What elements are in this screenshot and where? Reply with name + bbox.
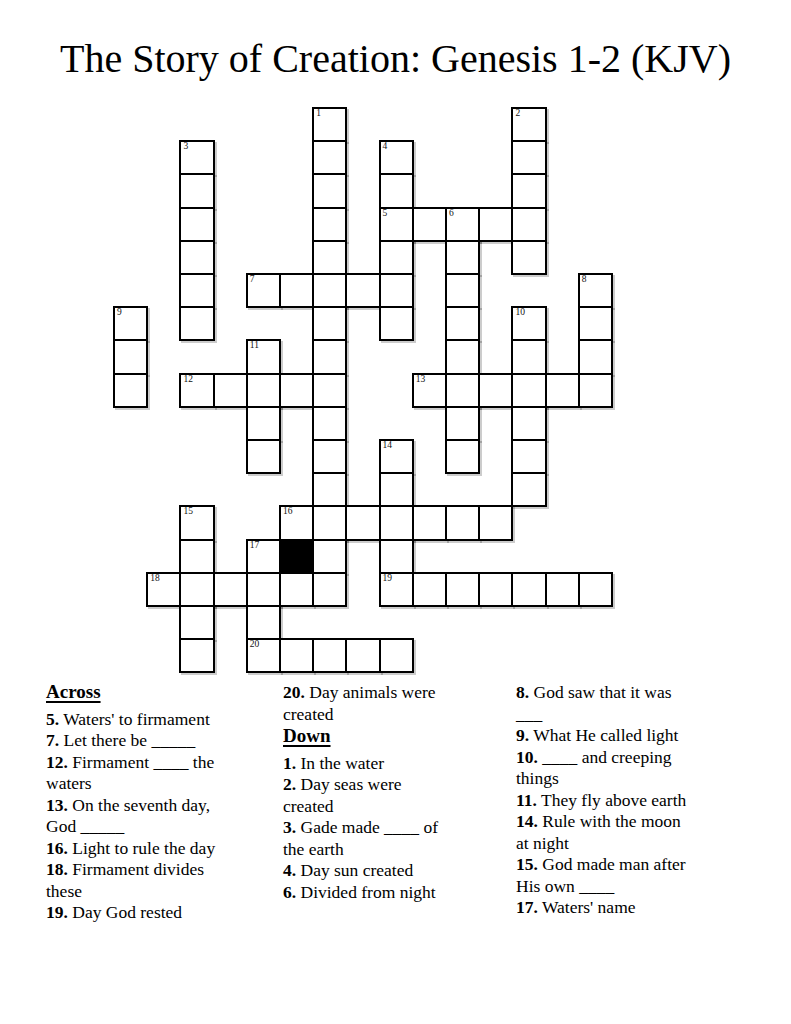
grid-cell[interactable] bbox=[379, 306, 414, 341]
clue-column-middle: 20. Day animals were createdDown1. In th… bbox=[283, 682, 489, 903]
clue-item-number: 7. bbox=[46, 730, 59, 750]
clue-13: 13. On the seventh day, God _____ bbox=[46, 795, 264, 838]
grid-cell[interactable] bbox=[511, 173, 546, 208]
clue-item-text: Firmament ____ the waters bbox=[46, 752, 214, 794]
clue-number: 8 bbox=[582, 274, 587, 285]
grid-cell[interactable] bbox=[511, 140, 546, 175]
grid-cell[interactable] bbox=[179, 605, 214, 640]
clue-item-text: Let there be _____ bbox=[59, 730, 195, 750]
clue-5: 5. Waters' to firmament bbox=[46, 709, 264, 731]
clue-number: 3 bbox=[183, 141, 188, 152]
grid-cell[interactable] bbox=[312, 539, 347, 574]
grid-cell[interactable] bbox=[179, 306, 214, 341]
clue-item-number: 15. bbox=[516, 854, 538, 874]
clue-20: 20. Day animals were created bbox=[283, 682, 489, 725]
clue-item-number: 6. bbox=[283, 882, 296, 902]
puzzle-title: The Story of Creation: Genesis 1-2 (KJV) bbox=[0, 36, 791, 82]
grid-cell[interactable] bbox=[312, 572, 347, 607]
clue-item-number: 19. bbox=[46, 902, 68, 922]
grid-cell[interactable] bbox=[511, 472, 546, 507]
grid-cell[interactable] bbox=[279, 572, 314, 607]
clue-14: 14. Rule with the moon at night bbox=[516, 811, 758, 854]
clue-number: 15 bbox=[183, 506, 193, 517]
clue-number: 10 bbox=[515, 307, 525, 318]
grid-cell[interactable] bbox=[213, 373, 248, 408]
grid-cell[interactable] bbox=[379, 505, 414, 540]
clue-9: 9. What He called light bbox=[516, 725, 758, 747]
clue-number: 13 bbox=[416, 374, 426, 385]
clue-number: 20 bbox=[250, 639, 260, 650]
grid-cell[interactable] bbox=[279, 373, 314, 408]
grid-cell[interactable]: 14 bbox=[379, 439, 414, 474]
clue-number: 11 bbox=[250, 340, 259, 351]
clue-item-number: 2. bbox=[283, 774, 296, 794]
grid-cell[interactable] bbox=[312, 406, 347, 441]
grid-cell[interactable] bbox=[312, 207, 347, 242]
grid-cell[interactable] bbox=[445, 273, 480, 308]
grid-cell[interactable] bbox=[478, 207, 513, 242]
grid-cell[interactable] bbox=[445, 439, 480, 474]
clue-number: 9 bbox=[117, 307, 122, 318]
clue-item-text: God saw that it was ___ bbox=[516, 682, 672, 724]
grid-cell[interactable] bbox=[113, 339, 148, 374]
grid-cell[interactable]: 8 bbox=[578, 273, 613, 308]
clue-15: 15. God made man after His own ____ bbox=[516, 854, 758, 897]
grid-cell[interactable] bbox=[478, 373, 513, 408]
clue-item-number: 9. bbox=[516, 725, 529, 745]
clue-item-text: Firmament divides these bbox=[46, 859, 204, 901]
grid-cell[interactable] bbox=[545, 373, 580, 408]
clue-number: 12 bbox=[183, 374, 193, 385]
grid-cell[interactable]: 10 bbox=[511, 306, 546, 341]
grid-cell[interactable] bbox=[312, 339, 347, 374]
clue-number: 18 bbox=[150, 573, 160, 584]
grid-cell[interactable] bbox=[445, 240, 480, 275]
clue-12: 12. Firmament ____ the waters bbox=[46, 752, 264, 795]
grid-cell[interactable] bbox=[246, 406, 281, 441]
grid-cell[interactable] bbox=[345, 273, 380, 308]
clue-17: 17. Waters' name bbox=[516, 897, 758, 919]
clue-item-text: Day God rested bbox=[68, 902, 182, 922]
crossword-grid: 1234567891011121314151617181920 bbox=[113, 107, 613, 674]
clue-4: 4. Day sun created bbox=[283, 860, 489, 882]
grid-cell[interactable] bbox=[511, 240, 546, 275]
clue-item-number: 20. bbox=[283, 682, 305, 702]
grid-cell[interactable] bbox=[511, 339, 546, 374]
grid-cell[interactable] bbox=[478, 572, 513, 607]
clue-item-text: On the seventh day, God _____ bbox=[46, 795, 210, 837]
clue-item-number: 18. bbox=[46, 859, 68, 879]
clue-number: 1 bbox=[316, 108, 321, 119]
clue-item-text: They fly above earth bbox=[537, 790, 686, 810]
grid-cell[interactable]: 19 bbox=[379, 572, 414, 607]
grid-cell[interactable] bbox=[578, 572, 613, 607]
clue-item-text: Waters' to firmament bbox=[59, 709, 210, 729]
clue-16: 16. Light to rule the day bbox=[46, 838, 264, 860]
clue-8: 8. God saw that it was ___ bbox=[516, 682, 758, 725]
grid-cell[interactable]: 9 bbox=[113, 306, 148, 341]
clue-item-number: 14. bbox=[516, 811, 538, 831]
clue-10: 10. ____ and creeping things bbox=[516, 747, 758, 790]
grid-cell[interactable]: 1 bbox=[312, 107, 347, 142]
grid-cell[interactable]: 3 bbox=[179, 140, 214, 175]
clue-number: 5 bbox=[383, 208, 388, 219]
clue-19: 19. Day God rested bbox=[46, 902, 264, 924]
clue-item-number: 5. bbox=[46, 709, 59, 729]
grid-cell[interactable]: 2 bbox=[511, 107, 546, 142]
grid-cell[interactable]: 7 bbox=[246, 273, 281, 308]
grid-cell[interactable] bbox=[545, 572, 580, 607]
grid-cell[interactable] bbox=[578, 339, 613, 374]
clue-3: 3. Gade made ____ of the earth bbox=[283, 817, 489, 860]
clue-number: 14 bbox=[383, 440, 393, 451]
clue-item-number: 11. bbox=[516, 790, 537, 810]
clue-2: 2. Day seas were created bbox=[283, 774, 489, 817]
blocked-cell bbox=[279, 539, 314, 574]
grid-cell[interactable] bbox=[578, 373, 613, 408]
grid-cell[interactable] bbox=[179, 207, 214, 242]
clue-11: 11. They fly above earth bbox=[516, 790, 758, 812]
grid-cell[interactable] bbox=[179, 572, 214, 607]
clue-item-text: Light to rule the day bbox=[68, 838, 215, 858]
clue-item-number: 3. bbox=[283, 817, 296, 837]
clue-item-text: ____ and creeping things bbox=[516, 747, 672, 789]
grid-cell[interactable]: 5 bbox=[379, 207, 414, 242]
grid-cell[interactable]: 18 bbox=[146, 572, 181, 607]
grid-cell[interactable] bbox=[445, 373, 480, 408]
grid-cell[interactable] bbox=[179, 173, 214, 208]
grid-cell[interactable] bbox=[213, 572, 248, 607]
clue-number: 16 bbox=[283, 506, 293, 517]
grid-cell[interactable]: 11 bbox=[246, 339, 281, 374]
grid-cell[interactable] bbox=[445, 505, 480, 540]
grid-cell[interactable] bbox=[246, 605, 281, 640]
clue-item-number: 10. bbox=[516, 747, 538, 767]
clue-item-text: Rule with the moon at night bbox=[516, 811, 681, 853]
clue-item-number: 17. bbox=[516, 897, 538, 917]
grid-cell[interactable] bbox=[511, 406, 546, 441]
grid-cell[interactable] bbox=[478, 505, 513, 540]
grid-cell[interactable]: 20 bbox=[246, 638, 281, 673]
grid-cell[interactable] bbox=[379, 472, 414, 507]
grid-cell[interactable] bbox=[412, 572, 447, 607]
grid-cell[interactable] bbox=[279, 638, 314, 673]
grid-cell[interactable] bbox=[511, 373, 546, 408]
grid-cell[interactable] bbox=[511, 572, 546, 607]
grid-cell[interactable] bbox=[113, 373, 148, 408]
clue-1: 1. In the water bbox=[283, 753, 489, 775]
grid-cell[interactable] bbox=[312, 505, 347, 540]
clue-number: 19 bbox=[383, 573, 393, 584]
grid-cell[interactable] bbox=[445, 339, 480, 374]
grid-cell[interactable] bbox=[246, 373, 281, 408]
grid-cell[interactable] bbox=[511, 439, 546, 474]
grid-cell[interactable] bbox=[379, 240, 414, 275]
grid-cell[interactable] bbox=[312, 273, 347, 308]
grid-cell[interactable] bbox=[312, 240, 347, 275]
grid-cell[interactable] bbox=[445, 572, 480, 607]
clue-column-right: 8. God saw that it was ___9. What He cal… bbox=[516, 682, 758, 919]
grid-cell[interactable] bbox=[345, 638, 380, 673]
clue-item-text: Day animals were created bbox=[283, 682, 436, 724]
grid-cell[interactable] bbox=[379, 539, 414, 574]
clue-item-number: 8. bbox=[516, 682, 529, 702]
grid-cell[interactable] bbox=[345, 505, 380, 540]
clue-item-text: Day sun created bbox=[296, 860, 413, 880]
grid-cell[interactable] bbox=[246, 439, 281, 474]
down-heading: Down bbox=[283, 725, 489, 747]
grid-cell[interactable] bbox=[312, 638, 347, 673]
grid-cell[interactable]: 15 bbox=[179, 505, 214, 540]
clue-18: 18. Firmament divides these bbox=[46, 859, 264, 902]
grid-cell[interactable]: 12 bbox=[179, 373, 214, 408]
grid-cell[interactable]: 16 bbox=[279, 505, 314, 540]
clue-item-text: Divided from night bbox=[296, 882, 436, 902]
clue-6: 6. Divided from night bbox=[283, 882, 489, 904]
grid-cell[interactable] bbox=[179, 638, 214, 673]
grid-cell[interactable] bbox=[312, 439, 347, 474]
grid-cell[interactable] bbox=[379, 273, 414, 308]
grid-cell[interactable] bbox=[279, 273, 314, 308]
grid-cell[interactable] bbox=[312, 306, 347, 341]
grid-cell[interactable] bbox=[578, 306, 613, 341]
grid-cell[interactable] bbox=[246, 572, 281, 607]
clue-item-text: Day seas were created bbox=[283, 774, 402, 816]
grid-cell[interactable] bbox=[179, 273, 214, 308]
crossword-worksheet-page: The Story of Creation: Genesis 1-2 (KJV)… bbox=[0, 0, 791, 1024]
grid-cell[interactable] bbox=[312, 140, 347, 175]
grid-cell[interactable]: 4 bbox=[379, 140, 414, 175]
grid-cell[interactable] bbox=[412, 207, 447, 242]
clue-item-text: In the water bbox=[296, 753, 384, 773]
clue-item-number: 1. bbox=[283, 753, 296, 773]
grid-cell[interactable] bbox=[412, 505, 447, 540]
clue-item-text: Gade made ____ of the earth bbox=[283, 817, 438, 859]
grid-cell[interactable] bbox=[312, 472, 347, 507]
grid-cell[interactable] bbox=[312, 373, 347, 408]
grid-cell[interactable] bbox=[445, 306, 480, 341]
grid-cell[interactable] bbox=[379, 638, 414, 673]
grid-cell[interactable] bbox=[379, 173, 414, 208]
grid-cell[interactable]: 13 bbox=[412, 373, 447, 408]
clue-7: 7. Let there be _____ bbox=[46, 730, 264, 752]
across-heading: Across bbox=[46, 681, 264, 703]
clue-number: 6 bbox=[449, 208, 454, 219]
grid-cell[interactable] bbox=[179, 240, 214, 275]
clue-number: 2 bbox=[515, 108, 520, 119]
clue-number: 17 bbox=[250, 540, 260, 551]
clue-item-text: Waters' name bbox=[538, 897, 636, 917]
grid-cell[interactable] bbox=[445, 406, 480, 441]
clue-item-number: 16. bbox=[46, 838, 68, 858]
grid-cell[interactable]: 17 bbox=[246, 539, 281, 574]
clue-number: 7 bbox=[250, 274, 255, 285]
clue-item-text: What He called light bbox=[529, 725, 678, 745]
grid-cell[interactable] bbox=[179, 539, 214, 574]
clue-item-number: 13. bbox=[46, 795, 68, 815]
clue-item-number: 12. bbox=[46, 752, 68, 772]
clue-item-text: God made man after His own ____ bbox=[516, 854, 686, 896]
clue-number: 4 bbox=[383, 141, 388, 152]
grid-cell[interactable]: 6 bbox=[445, 207, 480, 242]
clue-column-left: Across5. Waters' to firmament7. Let ther… bbox=[46, 681, 264, 924]
grid-cell[interactable] bbox=[511, 207, 546, 242]
grid-cell[interactable] bbox=[312, 173, 347, 208]
clue-item-number: 4. bbox=[283, 860, 296, 880]
